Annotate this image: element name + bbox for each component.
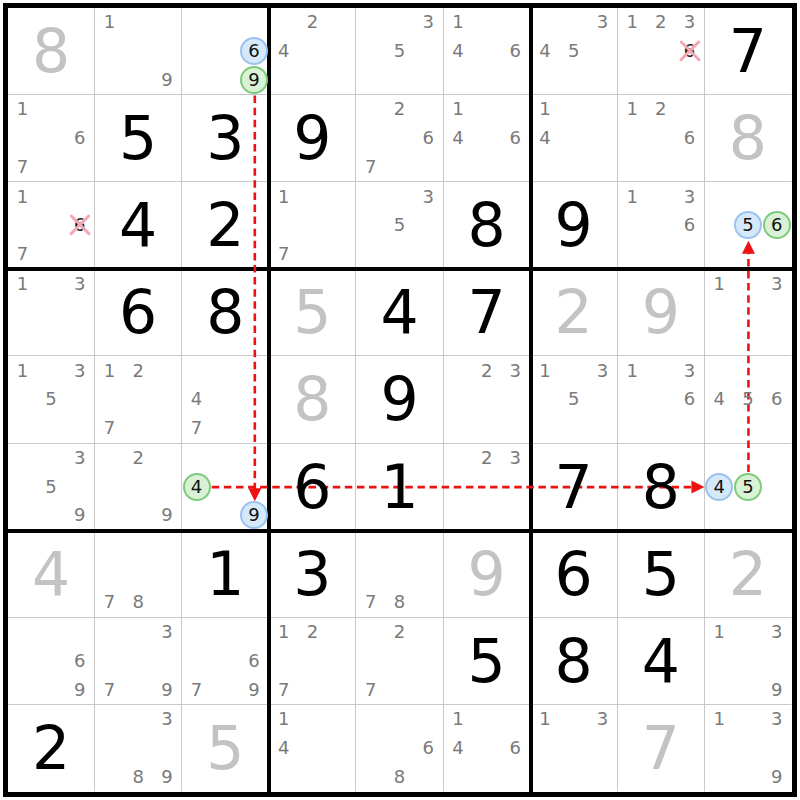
candidates: 69 <box>182 8 268 94</box>
cell-r5c7[interactable]: 135 <box>531 356 618 443</box>
candidate-2: 2 <box>646 95 675 124</box>
candidates: 68 <box>356 705 442 791</box>
candidates: 35 <box>356 182 442 268</box>
cell-r8c4[interactable]: 127 <box>269 618 356 705</box>
cell-r4c3[interactable]: 8 <box>182 269 269 356</box>
given-digit: 9 <box>531 182 617 268</box>
candidates: 27 <box>356 618 442 704</box>
cell-r9c6[interactable]: 146 <box>444 705 531 792</box>
given-digit: 4 <box>618 618 704 704</box>
candidate-2: 2 <box>385 95 414 124</box>
cell-r8c7[interactable]: 8 <box>531 618 618 705</box>
candidate-7: 7 <box>8 240 37 269</box>
chain-node-candidate-4-green: 4 <box>182 472 211 501</box>
cell-r8c6[interactable]: 5 <box>444 618 531 705</box>
candidates: 127 <box>95 356 181 442</box>
candidate-4: 4 <box>531 37 560 66</box>
given-digit: 2 <box>182 182 268 268</box>
candidate-5: 5 <box>385 37 414 66</box>
candidates: 146 <box>444 8 530 94</box>
candidate-9: 9 <box>153 675 182 704</box>
cell-r1c9[interactable]: 7 <box>705 8 792 95</box>
candidate-3: 3 <box>153 705 182 734</box>
cell-r6c1[interactable]: 359 <box>8 444 95 531</box>
cell-r7c6[interactable]: 9 <box>444 531 531 618</box>
cell-r2c1[interactable]: 167 <box>8 95 95 182</box>
cell-r1c7[interactable]: 345 <box>531 8 618 95</box>
candidates: 146 <box>444 705 530 791</box>
cell-r6c2[interactable]: 29 <box>95 444 182 531</box>
candidate-1: 1 <box>531 95 560 124</box>
candidate-7: 7 <box>356 675 385 704</box>
candidates: 359 <box>8 444 94 530</box>
cell-r3c7[interactable]: 9 <box>531 182 618 269</box>
candidates: 139 <box>705 618 791 704</box>
candidate-4: 4 <box>269 734 298 763</box>
candidate-5: 5 <box>559 37 588 66</box>
cell-r1c2[interactable]: 19 <box>95 8 182 95</box>
cell-r6c8[interactable]: 8 <box>618 444 705 531</box>
cell-r9c1[interactable]: 2 <box>8 705 95 792</box>
candidate-2: 2 <box>385 618 414 647</box>
given-digit: 9 <box>269 95 355 181</box>
candidate-2: 2 <box>646 8 675 37</box>
candidates: 345 <box>531 8 617 94</box>
chain-node-candidate-6-blue: 6 <box>240 37 269 66</box>
candidates: 679 <box>182 618 268 704</box>
candidates: 17 <box>269 182 355 268</box>
candidate-1: 1 <box>705 269 734 298</box>
candidates: 379 <box>95 618 181 704</box>
candidates: 14 <box>269 705 355 791</box>
candidate-1: 1 <box>618 182 647 211</box>
candidate-7: 7 <box>269 240 298 269</box>
candidate-1: 1 <box>8 269 37 298</box>
candidate-8: 8 <box>124 588 153 617</box>
cell-r6c7[interactable]: 7 <box>531 444 618 531</box>
chain-node-candidate-6-green: 6 <box>762 211 791 240</box>
candidate-6: 6 <box>414 734 443 763</box>
cell-r8c5[interactable]: 27 <box>356 618 443 705</box>
candidate-7: 7 <box>356 588 385 617</box>
cell-r2c3[interactable]: 3 <box>182 95 269 182</box>
candidates: 24 <box>269 8 355 94</box>
eliminated-candidate-6: 6 <box>675 37 704 66</box>
candidate-1: 1 <box>531 356 560 385</box>
candidates: 139 <box>705 705 791 791</box>
solved-digit: 9 <box>618 269 704 355</box>
candidate-6: 6 <box>65 124 94 153</box>
cell-r7c3[interactable]: 1 <box>182 531 269 618</box>
given-digit: 1 <box>182 531 268 617</box>
candidate-1: 1 <box>444 705 473 734</box>
candidate-9: 9 <box>153 65 182 94</box>
cell-r4c9[interactable]: 13 <box>705 269 792 356</box>
given-digit: 3 <box>182 95 268 181</box>
solved-digit: 5 <box>182 705 268 791</box>
candidate-1: 1 <box>269 705 298 734</box>
cell-r4c1[interactable]: 13 <box>8 269 95 356</box>
cell-r4c8[interactable]: 9 <box>618 269 705 356</box>
cell-r1c4[interactable]: 24 <box>269 8 356 95</box>
candidate-8: 8 <box>124 762 153 791</box>
cell-r3c2[interactable]: 4 <box>95 182 182 269</box>
candidates: 14 <box>531 95 617 181</box>
cell-r4c2[interactable]: 6 <box>95 269 182 356</box>
candidate-3: 3 <box>588 8 617 37</box>
candidate-3: 3 <box>762 269 791 298</box>
candidate-3: 3 <box>675 8 704 37</box>
given-digit: 7 <box>705 8 791 94</box>
cell-r8c8[interactable]: 4 <box>618 618 705 705</box>
candidate-2: 2 <box>472 356 501 385</box>
cell-r2c2[interactable]: 5 <box>95 95 182 182</box>
cell-r7c7[interactable]: 6 <box>531 531 618 618</box>
candidates: 167 <box>8 182 94 268</box>
candidates: 47 <box>182 356 268 442</box>
candidate-6: 6 <box>762 385 791 414</box>
cell-r1c3[interactable]: 69 <box>182 8 269 95</box>
candidate-6: 6 <box>414 124 443 153</box>
given-digit: 2 <box>8 705 94 791</box>
candidate-1: 1 <box>618 8 647 37</box>
candidate-9: 9 <box>65 501 94 530</box>
cell-r3c4[interactable]: 17 <box>269 182 356 269</box>
cell-r1c8[interactable]: 1236 <box>618 8 705 95</box>
candidate-3: 3 <box>762 705 791 734</box>
candidates: 69 <box>8 618 94 704</box>
cell-r2c6[interactable]: 146 <box>444 95 531 182</box>
cell-r7c8[interactable]: 5 <box>618 531 705 618</box>
candidate-6: 6 <box>675 211 704 240</box>
candidates: 19 <box>95 8 181 94</box>
candidates: 29 <box>95 444 181 530</box>
candidates: 127 <box>269 618 355 704</box>
candidate-6: 6 <box>501 734 530 763</box>
candidate-2: 2 <box>472 444 501 473</box>
given-digit: 7 <box>444 269 530 355</box>
candidate-3: 3 <box>65 444 94 473</box>
solved-digit: 9 <box>444 531 530 617</box>
candidate-7: 7 <box>269 675 298 704</box>
candidates: 167 <box>8 95 94 181</box>
solved-digit: 8 <box>8 8 94 94</box>
candidate-1: 1 <box>531 705 560 734</box>
given-digit: 6 <box>95 269 181 355</box>
candidate-8: 8 <box>385 588 414 617</box>
candidate-3: 3 <box>414 8 443 37</box>
candidate-1: 1 <box>618 95 647 124</box>
cell-r8c3[interactable]: 679 <box>182 618 269 705</box>
cell-r9c3[interactable]: 5 <box>182 705 269 792</box>
candidate-1: 1 <box>95 356 124 385</box>
candidates: 13 <box>705 269 791 355</box>
candidate-7: 7 <box>8 153 37 182</box>
given-digit: 5 <box>95 95 181 181</box>
eliminated-candidate-6: 6 <box>65 211 94 240</box>
cell-r7c1[interactable]: 4 <box>8 531 95 618</box>
candidate-9: 9 <box>153 501 182 530</box>
given-digit: 8 <box>444 182 530 268</box>
candidate-2: 2 <box>298 8 327 37</box>
candidate-4: 4 <box>444 37 473 66</box>
candidates: 49 <box>182 444 268 530</box>
candidate-5: 5 <box>37 385 66 414</box>
cell-r9c7[interactable]: 13 <box>531 705 618 792</box>
candidate-5: 5 <box>734 385 763 414</box>
candidate-3: 3 <box>762 618 791 647</box>
cell-r1c5[interactable]: 35 <box>356 8 443 95</box>
solved-digit: 2 <box>705 531 791 617</box>
candidate-3: 3 <box>501 444 530 473</box>
candidates: 136 <box>618 356 704 442</box>
candidates: 13 <box>8 269 94 355</box>
candidate-7: 7 <box>95 675 124 704</box>
solved-digit: 8 <box>269 356 355 442</box>
cell-r8c9[interactable]: 139 <box>705 618 792 705</box>
candidate-5: 5 <box>385 211 414 240</box>
candidates: 389 <box>95 705 181 791</box>
candidate-4: 4 <box>531 124 560 153</box>
candidate-9: 9 <box>762 762 791 791</box>
cell-r7c2[interactable]: 78 <box>95 531 182 618</box>
given-digit: 1 <box>356 444 442 530</box>
candidate-3: 3 <box>588 356 617 385</box>
candidate-1: 1 <box>8 356 37 385</box>
candidate-7: 7 <box>182 675 211 704</box>
cell-r5c8[interactable]: 136 <box>618 356 705 443</box>
candidate-1: 1 <box>8 95 37 124</box>
candidate-6: 6 <box>675 385 704 414</box>
candidate-4: 4 <box>444 734 473 763</box>
solved-digit: 7 <box>618 705 704 791</box>
candidates: 1236 <box>618 8 704 94</box>
candidate-2: 2 <box>124 444 153 473</box>
candidate-9: 9 <box>153 762 182 791</box>
candidate-3: 3 <box>675 356 704 385</box>
candidate-5: 5 <box>37 472 66 501</box>
candidates: 135 <box>8 356 94 442</box>
candidate-9: 9 <box>240 675 269 704</box>
candidates: 78 <box>95 531 181 617</box>
candidate-6: 6 <box>675 124 704 153</box>
candidate-3: 3 <box>65 356 94 385</box>
cell-r5c2[interactable]: 127 <box>95 356 182 443</box>
cell-r1c6[interactable]: 146 <box>444 8 531 95</box>
cell-r9c5[interactable]: 68 <box>356 705 443 792</box>
candidate-4: 4 <box>269 37 298 66</box>
candidates: 78 <box>356 531 442 617</box>
cell-r6c9[interactable]: 45 <box>705 444 792 531</box>
cell-r2c9[interactable]: 8 <box>705 95 792 182</box>
given-digit: 8 <box>531 618 617 704</box>
candidate-7: 7 <box>182 414 211 443</box>
chain-node-candidate-4-blue: 4 <box>705 472 734 501</box>
cell-r9c4[interactable]: 14 <box>269 705 356 792</box>
cell-r5c6[interactable]: 23 <box>444 356 531 443</box>
candidate-3: 3 <box>414 182 443 211</box>
candidates: 13 <box>531 705 617 791</box>
solved-digit: 4 <box>8 531 94 617</box>
cell-r2c4[interactable]: 9 <box>269 95 356 182</box>
candidate-6: 6 <box>501 124 530 153</box>
chain-node-candidate-9-green: 9 <box>240 65 269 94</box>
cell-r3c9[interactable]: 56 <box>705 182 792 269</box>
cell-r8c1[interactable]: 69 <box>8 618 95 705</box>
candidate-7: 7 <box>356 153 385 182</box>
given-digit: 3 <box>269 531 355 617</box>
cell-r2c7[interactable]: 14 <box>531 95 618 182</box>
candidate-1: 1 <box>8 182 37 211</box>
cell-r6c5[interactable]: 1 <box>356 444 443 531</box>
candidates: 135 <box>531 356 617 442</box>
cell-r5c9[interactable]: 456 <box>705 356 792 443</box>
sudoku-board: 8196924351463451236716753926714614126816… <box>3 3 797 797</box>
cell-r6c4[interactable]: 6 <box>269 444 356 531</box>
given-digit: 8 <box>182 269 268 355</box>
cell-r6c6[interactable]: 23 <box>444 444 531 531</box>
cell-r7c4[interactable]: 3 <box>269 531 356 618</box>
candidate-2: 2 <box>298 618 327 647</box>
cell-r8c2[interactable]: 379 <box>95 618 182 705</box>
candidates: 267 <box>356 95 442 181</box>
candidate-6: 6 <box>501 37 530 66</box>
cell-r3c8[interactable]: 136 <box>618 182 705 269</box>
chain-node-candidate-5-blue: 5 <box>734 211 763 240</box>
candidate-1: 1 <box>444 95 473 124</box>
given-digit: 5 <box>444 618 530 704</box>
candidate-8: 8 <box>385 762 414 791</box>
cell-r4c7[interactable]: 2 <box>531 269 618 356</box>
candidate-7: 7 <box>95 588 124 617</box>
candidate-3: 3 <box>65 269 94 298</box>
cell-r5c5[interactable]: 9 <box>356 356 443 443</box>
cell-r6c3[interactable]: 49 <box>182 444 269 531</box>
candidate-4: 4 <box>182 385 211 414</box>
candidate-4: 4 <box>705 385 734 414</box>
candidate-7: 7 <box>95 414 124 443</box>
chain-node-candidate-5-green: 5 <box>734 472 763 501</box>
candidate-4: 4 <box>444 124 473 153</box>
solved-digit: 5 <box>269 269 355 355</box>
given-digit: 4 <box>95 182 181 268</box>
cell-r5c1[interactable]: 135 <box>8 356 95 443</box>
cell-r4c5[interactable]: 4 <box>356 269 443 356</box>
candidate-9: 9 <box>762 675 791 704</box>
candidates: 146 <box>444 95 530 181</box>
solved-digit: 2 <box>531 269 617 355</box>
candidates: 56 <box>705 182 791 268</box>
candidates: 126 <box>618 95 704 181</box>
sudoku-grid: 8196924351463451236716753926714614126816… <box>8 8 792 792</box>
given-digit: 6 <box>269 444 355 530</box>
cell-r3c6[interactable]: 8 <box>444 182 531 269</box>
cell-r1c1[interactable]: 8 <box>8 8 95 95</box>
candidates: 136 <box>618 182 704 268</box>
cell-r7c9[interactable]: 2 <box>705 531 792 618</box>
candidate-1: 1 <box>705 618 734 647</box>
candidate-1: 1 <box>444 8 473 37</box>
given-digit: 5 <box>618 531 704 617</box>
cell-r3c1[interactable]: 167 <box>8 182 95 269</box>
candidate-3: 3 <box>588 705 617 734</box>
cell-r4c4[interactable]: 5 <box>269 269 356 356</box>
cell-r9c2[interactable]: 389 <box>95 705 182 792</box>
given-digit: 4 <box>356 269 442 355</box>
cell-r9c8[interactable]: 7 <box>618 705 705 792</box>
given-digit: 6 <box>531 531 617 617</box>
candidate-3: 3 <box>675 182 704 211</box>
candidate-1: 1 <box>95 8 124 37</box>
candidate-6: 6 <box>65 646 94 675</box>
candidates: 23 <box>444 444 530 530</box>
cell-r3c5[interactable]: 35 <box>356 182 443 269</box>
cell-r2c8[interactable]: 126 <box>618 95 705 182</box>
sudoku-app: 8196924351463451236716753926714614126816… <box>0 0 800 800</box>
cell-r2c5[interactable]: 267 <box>356 95 443 182</box>
chain-node-candidate-9-blue: 9 <box>240 501 269 530</box>
candidate-9: 9 <box>65 675 94 704</box>
candidates: 456 <box>705 356 791 442</box>
candidate-1: 1 <box>269 618 298 647</box>
candidate-5: 5 <box>559 385 588 414</box>
cell-r5c4[interactable]: 8 <box>269 356 356 443</box>
cell-r4c6[interactable]: 7 <box>444 269 531 356</box>
candidate-1: 1 <box>618 356 647 385</box>
candidate-6: 6 <box>240 646 269 675</box>
cell-r5c3[interactable]: 47 <box>182 356 269 443</box>
cell-r7c5[interactable]: 78 <box>356 531 443 618</box>
candidate-1: 1 <box>269 182 298 211</box>
candidate-3: 3 <box>501 356 530 385</box>
candidate-3: 3 <box>153 618 182 647</box>
candidates: 35 <box>356 8 442 94</box>
cell-r9c9[interactable]: 139 <box>705 705 792 792</box>
cell-r3c3[interactable]: 2 <box>182 182 269 269</box>
given-digit: 7 <box>531 444 617 530</box>
candidates: 23 <box>444 356 530 442</box>
candidate-2: 2 <box>124 356 153 385</box>
candidate-1: 1 <box>705 705 734 734</box>
solved-digit: 8 <box>705 95 791 181</box>
candidates: 45 <box>705 444 791 530</box>
given-digit: 8 <box>618 444 704 530</box>
given-digit: 9 <box>356 356 442 442</box>
